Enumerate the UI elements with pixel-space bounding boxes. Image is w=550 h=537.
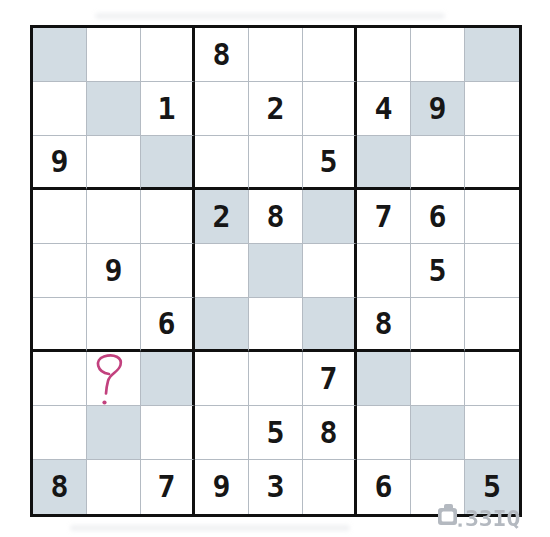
cell-digit: 8 xyxy=(212,40,230,70)
sudoku-cell-r7c9[interactable] xyxy=(465,352,519,406)
sudoku-cell-r6c1[interactable] xyxy=(33,298,87,352)
sudoku-cell-r7c6[interactable]: 7 xyxy=(303,352,357,406)
cell-digit: 6 xyxy=(428,202,446,232)
sudoku-board: 812499528769568 758879365 xyxy=(30,25,522,517)
sudoku-cell-r8c8[interactable] xyxy=(411,406,465,460)
sudoku-cell-r1c7[interactable] xyxy=(357,28,411,82)
cell-digit: 5 xyxy=(428,256,446,286)
sudoku-cell-r6c8[interactable] xyxy=(411,298,465,352)
sudoku-cell-r4c2[interactable] xyxy=(87,190,141,244)
sudoku-cell-r9c5[interactable]: 3 xyxy=(249,460,303,514)
sudoku-cell-r2c2[interactable] xyxy=(87,82,141,136)
sudoku-cell-r8c3[interactable] xyxy=(141,406,195,460)
watermark-text: 33IQ xyxy=(465,508,520,530)
cell-digit: 8 xyxy=(374,309,392,339)
sudoku-cell-r5c9[interactable] xyxy=(465,244,519,298)
sudoku-cell-r9c6[interactable] xyxy=(303,460,357,514)
cell-digit: 9 xyxy=(428,94,446,124)
cell-digit: 6 xyxy=(374,472,392,502)
sudoku-cell-r9c3[interactable]: 7 xyxy=(141,460,195,514)
sudoku-cell-r2c7[interactable]: 4 xyxy=(357,82,411,136)
sudoku-cell-r6c3[interactable]: 6 xyxy=(141,298,195,352)
sudoku-cell-r5c7[interactable] xyxy=(357,244,411,298)
cell-digit: 2 xyxy=(266,94,284,124)
sudoku-cell-r1c5[interactable] xyxy=(249,28,303,82)
watermark-33iq: 33IQ xyxy=(436,503,520,530)
sudoku-cell-r4c7[interactable]: 7 xyxy=(357,190,411,244)
sudoku-cell-r1c2[interactable] xyxy=(87,28,141,82)
sudoku-cell-r1c1[interactable] xyxy=(33,28,87,82)
sudoku-cell-r4c1[interactable] xyxy=(33,190,87,244)
sudoku-cell-r2c3[interactable]: 1 xyxy=(141,82,195,136)
cell-digit: 8 xyxy=(319,418,337,448)
sudoku-cell-r6c2[interactable] xyxy=(87,298,141,352)
sudoku-cell-r2c9[interactable] xyxy=(465,82,519,136)
cell-digit: 7 xyxy=(157,472,175,502)
cell-digit: 9 xyxy=(212,472,230,502)
sudoku-cell-r8c1[interactable] xyxy=(33,406,87,460)
sudoku-cell-r3c2[interactable] xyxy=(87,136,141,190)
cell-digit: 4 xyxy=(374,94,392,124)
cell-digit: 6 xyxy=(157,309,175,339)
cell-digit: 5 xyxy=(319,147,337,177)
cell-digit: 1 xyxy=(157,94,175,124)
sudoku-cell-r3c7[interactable] xyxy=(357,136,411,190)
sudoku-cell-r5c5[interactable] xyxy=(249,244,303,298)
sudoku-cell-r5c4[interactable] xyxy=(195,244,249,298)
sudoku-cell-r8c7[interactable] xyxy=(357,406,411,460)
sudoku-cell-r3c8[interactable] xyxy=(411,136,465,190)
sudoku-cell-r7c1[interactable] xyxy=(33,352,87,406)
page: 812499528769568 758879365 33IQ xyxy=(0,0,550,537)
sudoku-cell-r6c4[interactable] xyxy=(195,298,249,352)
sudoku-cell-r2c1[interactable] xyxy=(33,82,87,136)
sudoku-cell-r4c4[interactable]: 2 xyxy=(195,190,249,244)
sudoku-cell-r8c4[interactable] xyxy=(195,406,249,460)
sudoku-cell-r4c9[interactable] xyxy=(465,190,519,244)
sudoku-cell-r6c7[interactable]: 8 xyxy=(357,298,411,352)
sudoku-cell-r2c8[interactable]: 9 xyxy=(411,82,465,136)
sudoku-cell-r4c5[interactable]: 8 xyxy=(249,190,303,244)
sudoku-cell-r8c9[interactable] xyxy=(465,406,519,460)
sudoku-cell-r9c7[interactable]: 6 xyxy=(357,460,411,514)
sudoku-cell-r3c5[interactable] xyxy=(249,136,303,190)
cell-digit: 8 xyxy=(266,202,284,232)
sudoku-cell-r3c9[interactable] xyxy=(465,136,519,190)
cell-digit: 3 xyxy=(266,472,284,502)
sudoku-cell-r2c5[interactable]: 2 xyxy=(249,82,303,136)
cell-digit: 7 xyxy=(319,364,337,394)
sudoku-cell-r6c5[interactable] xyxy=(249,298,303,352)
cell-digit: 7 xyxy=(374,202,392,232)
sudoku-cell-r3c6[interactable]: 5 xyxy=(303,136,357,190)
sudoku-cell-r7c3[interactable] xyxy=(141,352,195,406)
sudoku-cell-r1c8[interactable] xyxy=(411,28,465,82)
sudoku-cell-r4c8[interactable]: 6 xyxy=(411,190,465,244)
sudoku-cell-r6c9[interactable] xyxy=(465,298,519,352)
sudoku-cell-r5c2[interactable]: 9 xyxy=(87,244,141,298)
33iq-logo-icon xyxy=(436,503,463,530)
sudoku-cell-r5c3[interactable] xyxy=(141,244,195,298)
sudoku-cell-r4c6[interactable] xyxy=(303,190,357,244)
sudoku-cell-r2c6[interactable] xyxy=(303,82,357,136)
sudoku-cell-r7c4[interactable] xyxy=(195,352,249,406)
hand-drawn-question-mark xyxy=(91,352,133,410)
sudoku-cell-r1c9[interactable] xyxy=(465,28,519,82)
cell-digit: 9 xyxy=(104,256,122,286)
faint-smudge-top xyxy=(95,13,445,19)
sudoku-cell-r9c4[interactable]: 9 xyxy=(195,460,249,514)
faint-smudge-bottom xyxy=(70,525,350,531)
sudoku-cell-r1c4[interactable]: 8 xyxy=(195,28,249,82)
sudoku-cell-r2c4[interactable] xyxy=(195,82,249,136)
sudoku-cell-r9c1[interactable]: 8 xyxy=(33,460,87,514)
sudoku-cell-r7c2[interactable] xyxy=(87,352,141,406)
sudoku-cell-r7c5[interactable] xyxy=(249,352,303,406)
sudoku-cell-r3c4[interactable] xyxy=(195,136,249,190)
cell-digit: 9 xyxy=(50,147,68,177)
sudoku-cell-r8c5[interactable]: 5 xyxy=(249,406,303,460)
sudoku-cell-r9c2[interactable] xyxy=(87,460,141,514)
sudoku-cell-r5c1[interactable] xyxy=(33,244,87,298)
sudoku-cell-r3c3[interactable] xyxy=(141,136,195,190)
cell-digit: 2 xyxy=(212,202,230,232)
sudoku-cell-r7c7[interactable] xyxy=(357,352,411,406)
sudoku-cell-r1c3[interactable] xyxy=(141,28,195,82)
cell-digit: 5 xyxy=(483,472,501,502)
cell-digit: 8 xyxy=(50,472,68,502)
sudoku-cell-r6c6[interactable] xyxy=(303,298,357,352)
sudoku-cell-r8c6[interactable]: 8 xyxy=(303,406,357,460)
sudoku-cell-r7c8[interactable] xyxy=(411,352,465,406)
sudoku-cell-r3c1[interactable]: 9 xyxy=(33,136,87,190)
sudoku-cell-r5c8[interactable]: 5 xyxy=(411,244,465,298)
sudoku-cell-r1c6[interactable] xyxy=(303,28,357,82)
sudoku-cell-r8c2[interactable] xyxy=(87,406,141,460)
sudoku-cell-r5c6[interactable] xyxy=(303,244,357,298)
cell-digit: 5 xyxy=(266,418,284,448)
sudoku-cell-r4c3[interactable] xyxy=(141,190,195,244)
